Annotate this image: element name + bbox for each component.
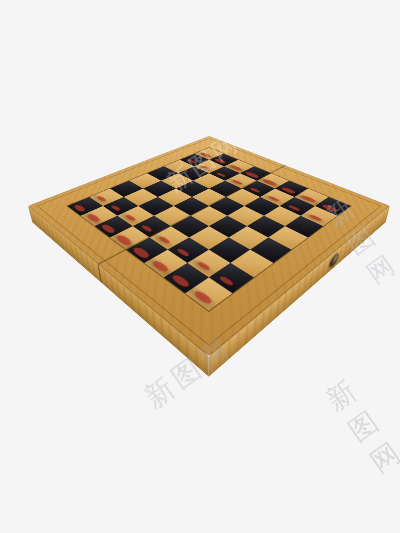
fold-seam-side xyxy=(97,264,101,283)
chessboard-photo: ♜♞♝♛♚♝♞♜♟♟♟♟♟♟♟♟♟♟♟♟♟♟♟♟♜♞♝♛♚♝♞♜ xyxy=(209,206,210,207)
latch-clasp-icon xyxy=(329,251,341,271)
pawn-glyph: ♟ xyxy=(303,179,328,220)
square-h4 xyxy=(250,237,291,262)
rook-glyph: ♜ xyxy=(183,229,223,300)
watermark: 新图网 xyxy=(319,361,400,482)
square-g5 xyxy=(247,216,285,238)
square-h5 xyxy=(268,226,308,249)
chess-board: ♜♞♝♛♚♝♞♜♟♟♟♟♟♟♟♟♟♟♟♟♟♟♟♟♜♞♝♛♚♝♞♜ xyxy=(28,136,390,357)
square-f5 xyxy=(227,206,264,226)
